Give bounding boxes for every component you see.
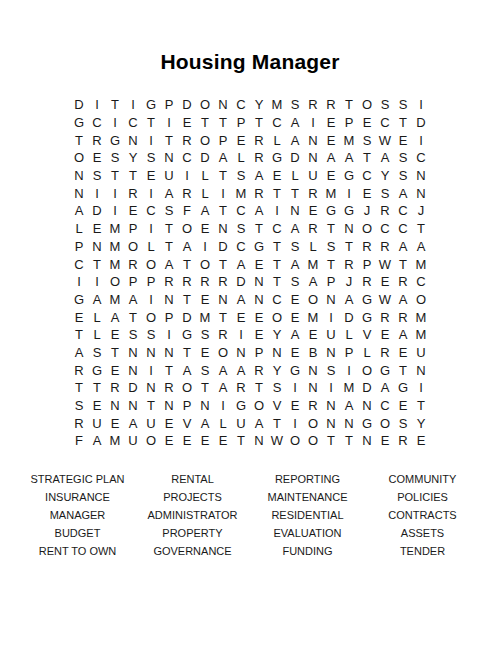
grid-cell-r7c19: C — [394, 202, 412, 220]
grid-cell-r19c16: N — [340, 414, 358, 432]
grid-cell-r7c13: N — [286, 202, 304, 220]
grid-cell-r2c19: T — [394, 114, 412, 132]
grid-cell-r6c13: T — [286, 184, 304, 202]
grid-cell-r8c20: T — [412, 220, 430, 238]
grid-cell-r10c20: M — [412, 255, 430, 273]
grid-cell-r2c9: T — [214, 114, 232, 132]
grid-cell-r12c7: T — [178, 291, 196, 309]
grid-cell-r16c14: N — [304, 361, 322, 379]
grid-cell-r3c16: M — [340, 131, 358, 149]
word-item: PROPERTY — [135, 524, 250, 542]
grid-cell-r15c2: S — [88, 344, 106, 362]
grid-cell-r6c19: A — [394, 184, 412, 202]
grid-cell-r17c7: O — [178, 379, 196, 397]
word-item: TENDER — [365, 542, 480, 560]
grid-cell-r9c11: G — [250, 238, 268, 256]
grid-cell-r4c13: D — [286, 149, 304, 167]
grid-cell-r18c11: O — [250, 397, 268, 415]
grid-cell-r3c20: I — [412, 131, 430, 149]
grid-cell-r20c10: T — [232, 432, 250, 450]
grid-cell-r20c3: M — [106, 432, 124, 450]
grid-cell-r17c12: S — [268, 379, 286, 397]
grid-cell-r2c8: T — [196, 114, 214, 132]
grid-cell-r1c7: D — [178, 96, 196, 114]
grid-cell-r16c1: R — [70, 361, 88, 379]
grid-cell-r9c4: O — [124, 238, 142, 256]
grid-cell-r19c10: U — [232, 414, 250, 432]
grid-cell-r12c10: A — [232, 291, 250, 309]
grid-cell-r2c6: I — [160, 114, 178, 132]
grid-cell-r8c13: A — [286, 220, 304, 238]
grid-cell-r14c10: I — [232, 326, 250, 344]
grid-cell-r18c5: T — [142, 397, 160, 415]
word-item: CONTRACTS — [365, 506, 480, 524]
grid-cell-r18c7: P — [178, 397, 196, 415]
grid-cell-r20c5: O — [142, 432, 160, 450]
grid-cell-r10c5: O — [142, 255, 160, 273]
grid-cell-r9c17: R — [358, 238, 376, 256]
grid-cell-r11c1: I — [70, 273, 88, 291]
word-item: POLICIES — [365, 488, 480, 506]
grid-cell-r12c3: M — [106, 291, 124, 309]
word-item: PROJECTS — [135, 488, 250, 506]
grid-cell-r14c9: R — [214, 326, 232, 344]
grid-cell-r18c4: N — [124, 397, 142, 415]
grid-cell-r20c1: F — [70, 432, 88, 450]
grid-cell-r17c11: T — [250, 379, 268, 397]
grid-cell-r1c11: Y — [250, 96, 268, 114]
grid-cell-r15c16: P — [340, 344, 358, 362]
grid-cell-r20c13: O — [286, 432, 304, 450]
grid-cell-r4c11: R — [250, 149, 268, 167]
grid-cell-r8c11: T — [250, 220, 268, 238]
grid-cell-r7c2: D — [88, 202, 106, 220]
grid-cell-r6c11: R — [250, 184, 268, 202]
word-item: STRATEGIC PLAN — [20, 470, 135, 488]
grid-cell-r14c20: M — [412, 326, 430, 344]
grid-cell-r6c14: R — [304, 184, 322, 202]
grid-cell-r9c8: I — [196, 238, 214, 256]
grid-cell-r12c17: G — [358, 291, 376, 309]
grid-cell-r14c13: A — [286, 326, 304, 344]
grid-cell-r7c18: R — [376, 202, 394, 220]
grid-cell-r18c3: N — [106, 397, 124, 415]
word-item: BUDGET — [20, 524, 135, 542]
grid-cell-r16c5: I — [142, 361, 160, 379]
grid-cell-r7c3: I — [106, 202, 124, 220]
grid-cell-r15c14: B — [304, 344, 322, 362]
grid-cell-r8c8: E — [196, 220, 214, 238]
grid-cell-r12c4: A — [124, 291, 142, 309]
grid-cell-r9c14: L — [304, 238, 322, 256]
grid-cell-r18c17: N — [358, 397, 376, 415]
grid-cell-r5c20: N — [412, 167, 430, 185]
grid-cell-r9c19: A — [394, 238, 412, 256]
grid-cell-r13c6: P — [160, 308, 178, 326]
grid-cell-r19c6: E — [160, 414, 178, 432]
grid-cell-r6c3: I — [106, 184, 124, 202]
grid-cell-r14c15: U — [322, 326, 340, 344]
word-item: RESIDENTIAL — [250, 506, 365, 524]
grid-cell-r4c5: S — [142, 149, 160, 167]
grid-cell-r15c19: E — [394, 344, 412, 362]
grid-cell-r13c5: O — [142, 308, 160, 326]
grid-cell-r9c15: S — [322, 238, 340, 256]
grid-cell-r5c15: E — [322, 167, 340, 185]
grid-cell-r7c12: I — [268, 202, 286, 220]
grid-cell-r13c20: M — [412, 308, 430, 326]
word-list-column-2: RENTALPROJECTSADMINISTRATORPROPERTYGOVER… — [135, 470, 250, 560]
grid-cell-r20c16: T — [340, 432, 358, 450]
grid-cell-r19c2: U — [88, 414, 106, 432]
grid-cell-r1c13: S — [286, 96, 304, 114]
grid-cell-r3c5: I — [142, 131, 160, 149]
word-item: INSURANCE — [20, 488, 135, 506]
grid-cell-r4c7: C — [178, 149, 196, 167]
word-list-column-3: REPORTINGMAINTENANCERESIDENTIALEVALUATIO… — [250, 470, 365, 560]
grid-cell-r1c9: N — [214, 96, 232, 114]
grid-cell-r3c13: A — [286, 131, 304, 149]
grid-cell-r13c18: R — [376, 308, 394, 326]
grid-cell-r16c3: E — [106, 361, 124, 379]
grid-cell-r19c19: S — [394, 414, 412, 432]
grid-cell-r1c15: R — [322, 96, 340, 114]
grid-cell-r11c2: I — [88, 273, 106, 291]
grid-cell-r8c9: N — [214, 220, 232, 238]
grid-cell-r10c3: M — [106, 255, 124, 273]
grid-cell-r8c1: L — [70, 220, 88, 238]
grid-cell-r4c18: A — [376, 149, 394, 167]
grid-cell-r6c8: L — [196, 184, 214, 202]
grid-cell-r2c16: P — [340, 114, 358, 132]
grid-cell-r12c14: O — [304, 291, 322, 309]
grid-cell-r1c3: T — [106, 96, 124, 114]
grid-cell-r1c14: R — [304, 96, 322, 114]
grid-cell-r1c20: I — [412, 96, 430, 114]
grid-cell-r11c20: C — [412, 273, 430, 291]
grid-cell-r10c9: T — [214, 255, 232, 273]
grid-cell-r20c12: W — [268, 432, 286, 450]
grid-cell-r20c4: U — [124, 432, 142, 450]
grid-cell-r15c10: N — [232, 344, 250, 362]
grid-cell-r13c11: E — [250, 308, 268, 326]
grid-cell-r1c1: D — [70, 96, 88, 114]
grid-cell-r18c10: G — [232, 397, 250, 415]
grid-cell-r20c9: E — [214, 432, 232, 450]
grid-cell-r20c17: N — [358, 432, 376, 450]
grid-cell-r17c9: A — [214, 379, 232, 397]
grid-cell-r11c14: A — [304, 273, 322, 291]
grid-cell-r12c11: N — [250, 291, 268, 309]
grid-cell-r14c1: T — [70, 326, 88, 344]
grid-cell-r19c9: L — [214, 414, 232, 432]
grid-cell-r20c11: N — [250, 432, 268, 450]
grid-cell-r2c7: E — [178, 114, 196, 132]
grid-cell-r3c18: W — [376, 131, 394, 149]
grid-cell-r20c14: O — [304, 432, 322, 450]
grid-cell-r11c13: S — [286, 273, 304, 291]
grid-cell-r17c1: T — [70, 379, 88, 397]
grid-cell-r1c12: M — [268, 96, 286, 114]
grid-cell-r7c11: A — [250, 202, 268, 220]
grid-cell-r17c15: I — [322, 379, 340, 397]
grid-cell-r18c13: E — [286, 397, 304, 415]
grid-cell-r13c4: T — [124, 308, 142, 326]
grid-cell-r6c12: T — [268, 184, 286, 202]
grid-cell-r2c17: E — [358, 114, 376, 132]
grid-cell-r16c6: T — [160, 361, 178, 379]
grid-cell-r6c4: R — [124, 184, 142, 202]
grid-cell-r10c16: R — [340, 255, 358, 273]
grid-cell-r8c4: P — [124, 220, 142, 238]
grid-cell-r9c10: C — [232, 238, 250, 256]
grid-cell-r17c19: G — [394, 379, 412, 397]
grid-cell-r20c7: E — [178, 432, 196, 450]
grid-cell-r6c2: I — [88, 184, 106, 202]
grid-cell-r11c18: E — [376, 273, 394, 291]
grid-cell-r11c10: D — [232, 273, 250, 291]
grid-cell-r3c6: T — [160, 131, 178, 149]
grid-cell-r8c18: C — [376, 220, 394, 238]
word-item: EVALUATION — [250, 524, 365, 542]
grid-cell-r9c6: T — [160, 238, 178, 256]
grid-cell-r18c6: N — [160, 397, 178, 415]
word-item: FUNDING — [250, 542, 365, 560]
grid-cell-r14c14: E — [304, 326, 322, 344]
grid-cell-r10c18: W — [376, 255, 394, 273]
grid-cell-r1c2: I — [88, 96, 106, 114]
grid-cell-r3c17: S — [358, 131, 376, 149]
grid-cell-r18c8: N — [196, 397, 214, 415]
grid-cell-r1c17: O — [358, 96, 376, 114]
grid-cell-r11c8: R — [196, 273, 214, 291]
grid-cell-r7c8: A — [196, 202, 214, 220]
grid-cell-r9c18: R — [376, 238, 394, 256]
grid-cell-r14c18: E — [376, 326, 394, 344]
grid-cell-r5c11: A — [250, 167, 268, 185]
grid-cell-r3c14: N — [304, 131, 322, 149]
grid-cell-r18c15: N — [322, 397, 340, 415]
grid-cell-r14c3: E — [106, 326, 124, 344]
grid-cell-r20c2: A — [88, 432, 106, 450]
grid-cell-r14c8: S — [196, 326, 214, 344]
grid-cell-r14c4: S — [124, 326, 142, 344]
grid-cell-r8c6: T — [160, 220, 178, 238]
grid-cell-r17c6: R — [160, 379, 178, 397]
grid-cell-r16c2: G — [88, 361, 106, 379]
word-item: GOVERNANCE — [135, 542, 250, 560]
grid-cell-r15c20: U — [412, 344, 430, 362]
grid-cell-r16c4: N — [124, 361, 142, 379]
grid-cell-r2c18: C — [376, 114, 394, 132]
grid-cell-r3c11: R — [250, 131, 268, 149]
grid-cell-r1c6: P — [160, 96, 178, 114]
grid-cell-r18c19: E — [394, 397, 412, 415]
grid-cell-r8c19: C — [394, 220, 412, 238]
grid-cell-r17c3: R — [106, 379, 124, 397]
grid-cell-r7c5: C — [142, 202, 160, 220]
grid-cell-r18c2: E — [88, 397, 106, 415]
grid-cell-r16c20: N — [412, 361, 430, 379]
grid-cell-r6c20: N — [412, 184, 430, 202]
grid-cell-r4c17: T — [358, 149, 376, 167]
grid-cell-r3c7: R — [178, 131, 196, 149]
grid-cell-r5c3: T — [106, 167, 124, 185]
grid-cell-r15c8: E — [196, 344, 214, 362]
grid-cell-r6c9: I — [214, 184, 232, 202]
grid-cell-r8c16: N — [340, 220, 358, 238]
grid-cell-r6c1: N — [70, 184, 88, 202]
grid-cell-r4c2: E — [88, 149, 106, 167]
grid-cell-r19c14: O — [304, 414, 322, 432]
grid-cell-r2c4: C — [124, 114, 142, 132]
grid-cell-r19c12: T — [268, 414, 286, 432]
grid-cell-r12c15: N — [322, 291, 340, 309]
grid-cell-r19c17: G — [358, 414, 376, 432]
grid-cell-r13c3: A — [106, 308, 124, 326]
grid-cell-r12c1: G — [70, 291, 88, 309]
grid-cell-r9c3: M — [106, 238, 124, 256]
grid-cell-r3c10: E — [232, 131, 250, 149]
grid-cell-r4c15: A — [322, 149, 340, 167]
grid-cell-r12c5: I — [142, 291, 160, 309]
grid-cell-r6c10: M — [232, 184, 250, 202]
word-item: ADMINISTRATOR — [135, 506, 250, 524]
grid-cell-r11c3: O — [106, 273, 124, 291]
grid-cell-r9c9: D — [214, 238, 232, 256]
grid-cell-r7c14: E — [304, 202, 322, 220]
word-list-column-1: STRATEGIC PLANINSURANCEMANAGERBUDGETRENT… — [20, 470, 135, 560]
grid-cell-r20c20: E — [412, 432, 430, 450]
grid-cell-r5c1: N — [70, 167, 88, 185]
grid-cell-r10c11: E — [250, 255, 268, 273]
grid-cell-r17c10: R — [232, 379, 250, 397]
grid-cell-r14c12: Y — [268, 326, 286, 344]
grid-cell-r2c3: I — [106, 114, 124, 132]
grid-cell-r5c8: L — [196, 167, 214, 185]
word-item: MANAGER — [20, 506, 135, 524]
grid-cell-r14c6: I — [160, 326, 178, 344]
word-list: STRATEGIC PLANINSURANCEMANAGERBUDGETRENT… — [20, 470, 480, 560]
grid-cell-r10c17: P — [358, 255, 376, 273]
grid-cell-r19c15: N — [322, 414, 340, 432]
grid-cell-r19c13: I — [286, 414, 304, 432]
grid-cell-r9c20: A — [412, 238, 430, 256]
grid-cell-r16c8: S — [196, 361, 214, 379]
grid-cell-r15c7: T — [178, 344, 196, 362]
grid-cell-r13c19: R — [394, 308, 412, 326]
grid-cell-r17c13: I — [286, 379, 304, 397]
grid-cell-r4c4: Y — [124, 149, 142, 167]
grid-cell-r7c1: A — [70, 202, 88, 220]
grid-cell-r7c15: G — [322, 202, 340, 220]
grid-cell-r20c15: T — [322, 432, 340, 450]
grid-cell-r14c16: L — [340, 326, 358, 344]
puzzle-page: Housing Manager DITIGPDONCYMSRRTOSSIGCIC… — [0, 0, 500, 647]
grid-cell-r9c5: L — [142, 238, 160, 256]
grid-cell-r19c3: E — [106, 414, 124, 432]
grid-cell-r7c20: J — [412, 202, 430, 220]
grid-cell-r2c11: T — [250, 114, 268, 132]
grid-cell-r11c19: R — [394, 273, 412, 291]
grid-cell-r19c11: A — [250, 414, 268, 432]
grid-cell-r17c20: I — [412, 379, 430, 397]
grid-cell-r12c18: W — [376, 291, 394, 309]
grid-cell-r17c16: M — [340, 379, 358, 397]
grid-cell-r2c15: E — [322, 114, 340, 132]
grid-cell-r15c5: N — [142, 344, 160, 362]
grid-cell-r17c18: A — [376, 379, 394, 397]
grid-cell-r5c14: U — [304, 167, 322, 185]
letter-grid: DITIGPDONCYMSRRTOSSIGCICTIETTPTCAIEPECTD… — [0, 96, 500, 450]
grid-cell-r15c12: N — [268, 344, 286, 362]
page-title: Housing Manager — [0, 0, 500, 74]
grid-cell-r18c12: V — [268, 397, 286, 415]
grid-cell-r8c14: R — [304, 220, 322, 238]
grid-cell-r17c2: T — [88, 379, 106, 397]
grid-cell-r7c17: J — [358, 202, 376, 220]
grid-cell-r11c9: R — [214, 273, 232, 291]
grid-cell-r10c1: C — [70, 255, 88, 273]
grid-cell-r12c6: N — [160, 291, 178, 309]
grid-cell-r12c13: E — [286, 291, 304, 309]
grid-cell-r2c5: T — [142, 114, 160, 132]
grid-cell-r8c2: E — [88, 220, 106, 238]
grid-cell-r2c20: D — [412, 114, 430, 132]
grid-cell-r10c13: A — [286, 255, 304, 273]
grid-cell-r11c5: P — [142, 273, 160, 291]
grid-cell-r11c7: R — [178, 273, 196, 291]
grid-cell-r12c9: N — [214, 291, 232, 309]
grid-cell-r16c7: A — [178, 361, 196, 379]
grid-cell-r14c7: G — [178, 326, 196, 344]
grid-cell-r7c16: G — [340, 202, 358, 220]
grid-cell-r16c19: T — [394, 361, 412, 379]
grid-cell-r1c10: C — [232, 96, 250, 114]
grid-cell-r10c2: T — [88, 255, 106, 273]
grid-cell-r10c7: T — [178, 255, 196, 273]
grid-cell-r1c19: S — [394, 96, 412, 114]
grid-cell-r19c5: U — [142, 414, 160, 432]
grid-cell-r16c16: I — [340, 361, 358, 379]
grid-cell-r12c8: E — [196, 291, 214, 309]
grid-cell-r3c3: G — [106, 131, 124, 149]
grid-cell-r2c12: C — [268, 114, 286, 132]
grid-cell-r11c17: R — [358, 273, 376, 291]
grid-cell-r20c8: E — [196, 432, 214, 450]
grid-cell-r2c13: A — [286, 114, 304, 132]
grid-cell-r19c1: R — [70, 414, 88, 432]
grid-cell-r3c9: P — [214, 131, 232, 149]
word-item: MAINTENANCE — [250, 488, 365, 506]
grid-cell-r15c11: P — [250, 344, 268, 362]
grid-cell-r2c1: G — [70, 114, 88, 132]
grid-cell-r13c14: M — [304, 308, 322, 326]
grid-cell-r5c12: E — [268, 167, 286, 185]
grid-cell-r10c4: R — [124, 255, 142, 273]
grid-cell-r14c11: E — [250, 326, 268, 344]
grid-cell-r13c10: E — [232, 308, 250, 326]
grid-cell-r8c12: C — [268, 220, 286, 238]
grid-cell-r11c15: P — [322, 273, 340, 291]
grid-cell-r17c4: D — [124, 379, 142, 397]
grid-cell-r9c1: P — [70, 238, 88, 256]
grid-cell-r10c12: T — [268, 255, 286, 273]
grid-cell-r6c17: E — [358, 184, 376, 202]
grid-cell-r2c2: C — [88, 114, 106, 132]
grid-cell-r3c12: L — [268, 131, 286, 149]
grid-cell-r1c18: S — [376, 96, 394, 114]
